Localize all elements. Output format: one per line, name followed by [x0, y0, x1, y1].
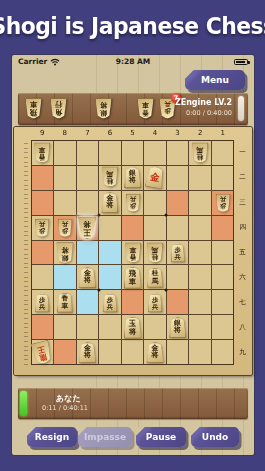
file-labels: 987654321 [31, 128, 234, 139]
player-clock: 0:11 / 0:40:11 [42, 404, 88, 412]
menu-button[interactable]: Menu [185, 70, 245, 90]
opponent-turn-indicator [238, 96, 244, 121]
board-frame: 987654321 香車桂馬桂馬銀将金金将歩兵歩兵歩兵歩兵王将銀将香車桂馬歩兵金… [14, 127, 252, 375]
board-cell-8c[interactable] [54, 191, 75, 215]
piece-kanji: 馬 [152, 278, 159, 285]
piece-kanji: 角 [55, 109, 62, 117]
piece-kanji: 歩 [164, 109, 170, 116]
board-cell-3i[interactable] [167, 340, 188, 364]
piece-kanji: 金 [150, 172, 161, 183]
board-cell-6i[interactable] [99, 340, 120, 364]
shogi-piece-銀将[interactable]: 銀将 [95, 98, 112, 119]
board-cell-6f[interactable] [99, 265, 120, 289]
piece-kanji: 将 [84, 278, 91, 286]
player-name: あなた [56, 393, 81, 404]
board-cell-1a[interactable] [212, 141, 233, 165]
piece-kanji: 車 [129, 278, 136, 286]
rank-label: 一 [235, 148, 250, 157]
board-cell-2f[interactable] [189, 265, 210, 289]
piece-kanji: 車 [142, 101, 149, 108]
board-cell-7c[interactable] [77, 191, 98, 215]
rank-label: 三 [235, 198, 250, 207]
rank-label: 四 [235, 223, 250, 232]
board-cell-5d[interactable] [122, 216, 143, 240]
piece-kanji: 兵 [62, 221, 68, 228]
piece-kanji: 車 [39, 145, 46, 152]
file-label: 2 [189, 128, 212, 139]
piece-kanji: 歩 [107, 296, 113, 303]
piece-kanji: 将 [129, 177, 136, 185]
piece-kanji: 桂 [107, 177, 114, 184]
piece-kanji: 馬 [152, 245, 159, 252]
piece-kanji: 歩 [220, 203, 226, 210]
piece-kanji: 行 [55, 101, 62, 109]
banner: Shogi is Japanese Chess [0, 0, 265, 52]
board-cell-4c[interactable] [144, 191, 165, 215]
piece-kanji: 将 [100, 101, 107, 109]
opponent-name: ZEngine LV.2 [175, 98, 232, 107]
board-cell-2c[interactable] [189, 191, 210, 215]
file-label: 9 [31, 128, 54, 139]
board-cell-1f[interactable] [212, 265, 233, 289]
piece-kanji: 歩 [152, 296, 158, 303]
piece-kanji: 兵 [39, 221, 45, 228]
piece-kanji: 兵 [39, 303, 45, 310]
piece-kanji: 香 [142, 109, 149, 116]
board-cell-9h[interactable] [32, 315, 53, 339]
board-cell-9f[interactable] [32, 265, 53, 289]
piece-kanji: 馬 [107, 170, 114, 177]
board-cell-9c[interactable] [32, 191, 53, 215]
piece-kanji: 将 [129, 328, 136, 336]
board-cell-6h[interactable] [99, 315, 120, 339]
piece-kanji: 王 [37, 344, 46, 354]
board-cell-1h[interactable] [212, 315, 233, 339]
piece-kanji: 将 [84, 220, 91, 228]
board-cell-2d[interactable] [189, 216, 210, 240]
board-cell-1i[interactable] [212, 340, 233, 364]
rank-label: 六 [235, 273, 250, 282]
shogi-piece-角行[interactable]: 角行 [50, 98, 67, 119]
hand-piece-香車[interactable]: 香車 [137, 98, 154, 119]
board-cell-8b[interactable] [54, 166, 75, 190]
board-cell-4d[interactable] [144, 216, 165, 240]
board-cell-7h[interactable] [77, 315, 98, 339]
piece-kanji: 飛 [30, 109, 37, 117]
file-label: 4 [144, 128, 167, 139]
piece-kanji: 歩 [39, 296, 45, 303]
banner-title: Shogi is Japanese Chess [0, 13, 265, 39]
board-cell-3c[interactable] [167, 191, 188, 215]
piece-kanji: 歩 [39, 228, 45, 235]
board-cell-1b[interactable] [212, 166, 233, 190]
board-cell-4a[interactable] [144, 141, 165, 165]
board-cell-1d[interactable] [212, 216, 233, 240]
resign-button[interactable]: Resign [27, 427, 77, 447]
pause-button[interactable]: Pause [136, 427, 186, 447]
board-cell-7g[interactable] [77, 290, 98, 314]
opponent-tray: 飛車角行銀将香車歩兵7 ZEngine LV.2 0:00 / 0:40:00 [18, 93, 248, 125]
board-cell-7e[interactable] [77, 241, 98, 265]
piece-kanji: 将 [152, 353, 159, 361]
board-cell-8i[interactable] [54, 340, 75, 364]
piece-kanji: 将 [106, 203, 113, 211]
board-cell-1e[interactable] [212, 241, 233, 265]
player-tray: あなた 0:11 / 0:40:11 [18, 388, 248, 419]
piece-kanji: 車 [30, 101, 37, 109]
board-cell-3g[interactable] [167, 290, 188, 314]
shogi-piece-飛車[interactable]: 飛車 [25, 98, 42, 119]
rank-label: 二 [235, 173, 250, 182]
board-cell-4h[interactable] [144, 315, 165, 339]
rank-label: 七 [235, 298, 250, 307]
rank-label: 五 [235, 248, 250, 257]
rank-label: 九 [235, 348, 250, 357]
screenshot: Shogi is Japanese Chess Carrier 9:28 AM … [0, 0, 265, 471]
rank-labels: 一二三四五六七八九 [235, 140, 250, 365]
hand-piece-飛車[interactable]: 飛車 [25, 98, 42, 119]
board-cell-9b[interactable] [32, 166, 53, 190]
board-cell-1g[interactable] [212, 290, 233, 314]
piece-kanji: 将 [61, 245, 68, 253]
board-cell-2g[interactable] [189, 290, 210, 314]
opponent-clock: 0:00 / 0:40:00 [186, 109, 232, 117]
piece-kanji: 兵 [152, 303, 158, 310]
status-bar: Carrier 9:28 AM [12, 55, 254, 68]
shogi-piece-香車[interactable]: 香車 [137, 98, 154, 119]
board-cell-2h[interactable] [189, 315, 210, 339]
board-cell-5i[interactable] [122, 340, 143, 364]
piece-kanji: 兵 [174, 253, 180, 260]
player-turn-indicator [20, 391, 27, 416]
piece-kanji: 歩 [129, 203, 135, 210]
board-cell-6e[interactable] [99, 241, 120, 265]
piece-kanji: 銀 [100, 109, 107, 117]
undo-button[interactable]: Undo [191, 427, 239, 447]
shogi-app: Carrier 9:28 AM Menu 飛車角行銀将香車歩兵7 ZEngine… [12, 55, 254, 455]
board-cell-7a[interactable] [77, 141, 98, 165]
board-cell-2b[interactable] [189, 166, 210, 190]
piece-kanji: 兵 [220, 196, 226, 203]
board-cell-5g[interactable] [122, 290, 143, 314]
rank-label: 八 [235, 323, 250, 332]
file-label: 6 [99, 128, 122, 139]
file-label: 8 [54, 128, 77, 139]
battery-icon [234, 59, 248, 65]
impasse-button[interactable]: Impasse [78, 427, 132, 447]
board-cell-7b[interactable] [77, 166, 98, 190]
piece-kanji: 将 [84, 353, 91, 361]
piece-kanji: 歩 [62, 228, 68, 235]
hand-piece-歩兵[interactable]: 歩兵7 [159, 98, 176, 119]
file-label: 3 [166, 128, 189, 139]
piece-kanji: 馬 [197, 145, 204, 152]
piece-kanji: 車 [62, 303, 69, 310]
board-cell-3a[interactable] [167, 141, 188, 165]
board-cell-3f[interactable] [167, 265, 188, 289]
board-cell-6a[interactable] [99, 141, 120, 165]
board-cell-8f[interactable] [54, 265, 75, 289]
hand-piece-銀将[interactable]: 銀将 [95, 98, 112, 119]
clock-time: 9:28 AM [12, 57, 254, 66]
board-cell-8h[interactable] [54, 315, 75, 339]
file-label: 5 [121, 128, 144, 139]
board-cell-2e[interactable] [189, 241, 210, 265]
board-cell-3d[interactable] [167, 216, 188, 240]
board-cell-9e[interactable] [32, 241, 53, 265]
piece-kanji: 歩 [174, 246, 180, 253]
file-label: 1 [211, 128, 234, 139]
board-cell-5a[interactable] [122, 141, 143, 165]
hand-piece-角行[interactable]: 角行 [50, 98, 67, 119]
piece-kanji: 車 [129, 245, 136, 252]
board-cell-3b[interactable] [167, 166, 188, 190]
board-cell-6d[interactable] [99, 216, 120, 240]
piece-kanji: 兵 [164, 102, 170, 109]
piece-kanji: 将 [174, 328, 181, 336]
piece-kanji: 兵 [107, 303, 113, 310]
file-label: 7 [76, 128, 99, 139]
piece-kanji: 兵 [129, 196, 135, 203]
board-cell-8a[interactable] [54, 141, 75, 165]
board-cell-2i[interactable] [189, 340, 210, 364]
ruler-edge [24, 140, 28, 365]
